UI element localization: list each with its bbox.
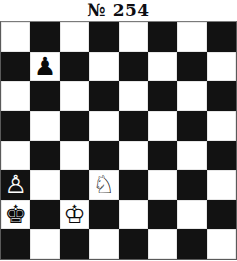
square-f1 (148, 229, 177, 259)
square-a2: ♚ (1, 200, 30, 230)
square-b5 (30, 111, 59, 141)
square-b6 (30, 81, 59, 111)
square-a4 (1, 141, 30, 171)
square-a8 (1, 22, 30, 52)
square-b2 (30, 200, 59, 230)
square-f6 (148, 81, 177, 111)
square-a6 (1, 81, 30, 111)
square-f8 (148, 22, 177, 52)
square-b1 (30, 229, 59, 259)
black-pawn-piece: ♟ (30, 52, 59, 82)
square-c4 (60, 141, 89, 171)
square-g3 (177, 170, 206, 200)
square-e6 (119, 81, 148, 111)
square-d6 (89, 81, 118, 111)
square-h1 (207, 229, 236, 259)
square-h4 (207, 141, 236, 171)
square-g2 (177, 200, 206, 230)
square-d1 (89, 229, 118, 259)
square-c6 (60, 81, 89, 111)
square-d2 (89, 200, 118, 230)
square-f7 (148, 52, 177, 82)
square-h3 (207, 170, 236, 200)
square-e3 (119, 170, 148, 200)
white-pawn-piece: ♙ (1, 170, 30, 200)
square-d3: ♘ (89, 170, 118, 200)
square-b7: ♟ (30, 52, 59, 82)
square-e5 (119, 111, 148, 141)
square-a5 (1, 111, 30, 141)
square-d8 (89, 22, 118, 52)
square-g5 (177, 111, 206, 141)
square-e8 (119, 22, 148, 52)
square-c5 (60, 111, 89, 141)
square-f4 (148, 141, 177, 171)
square-a7 (1, 52, 30, 82)
square-c8 (60, 22, 89, 52)
white-knight-piece: ♘ (89, 170, 118, 200)
square-g6 (177, 81, 206, 111)
square-h2 (207, 200, 236, 230)
square-g4 (177, 141, 206, 171)
square-e7 (119, 52, 148, 82)
square-g8 (177, 22, 206, 52)
square-c2: ♔ (60, 200, 89, 230)
chess-board: ♟♙♘♚♔ (0, 21, 237, 260)
square-d7 (89, 52, 118, 82)
square-d4 (89, 141, 118, 171)
square-e4 (119, 141, 148, 171)
square-f5 (148, 111, 177, 141)
diagram-title: № 254 (0, 0, 237, 21)
square-h5 (207, 111, 236, 141)
square-d5 (89, 111, 118, 141)
square-a3: ♙ (1, 170, 30, 200)
square-h6 (207, 81, 236, 111)
square-g7 (177, 52, 206, 82)
square-b8 (30, 22, 59, 52)
square-e2 (119, 200, 148, 230)
white-king-piece: ♔ (60, 200, 89, 230)
square-g1 (177, 229, 206, 259)
square-b3 (30, 170, 59, 200)
square-e1 (119, 229, 148, 259)
square-h7 (207, 52, 236, 82)
square-a1 (1, 229, 30, 259)
square-c1 (60, 229, 89, 259)
square-c7 (60, 52, 89, 82)
square-b4 (30, 141, 59, 171)
black-king-piece: ♚ (1, 200, 30, 230)
square-f2 (148, 200, 177, 230)
square-h8 (207, 22, 236, 52)
square-c3 (60, 170, 89, 200)
square-f3 (148, 170, 177, 200)
